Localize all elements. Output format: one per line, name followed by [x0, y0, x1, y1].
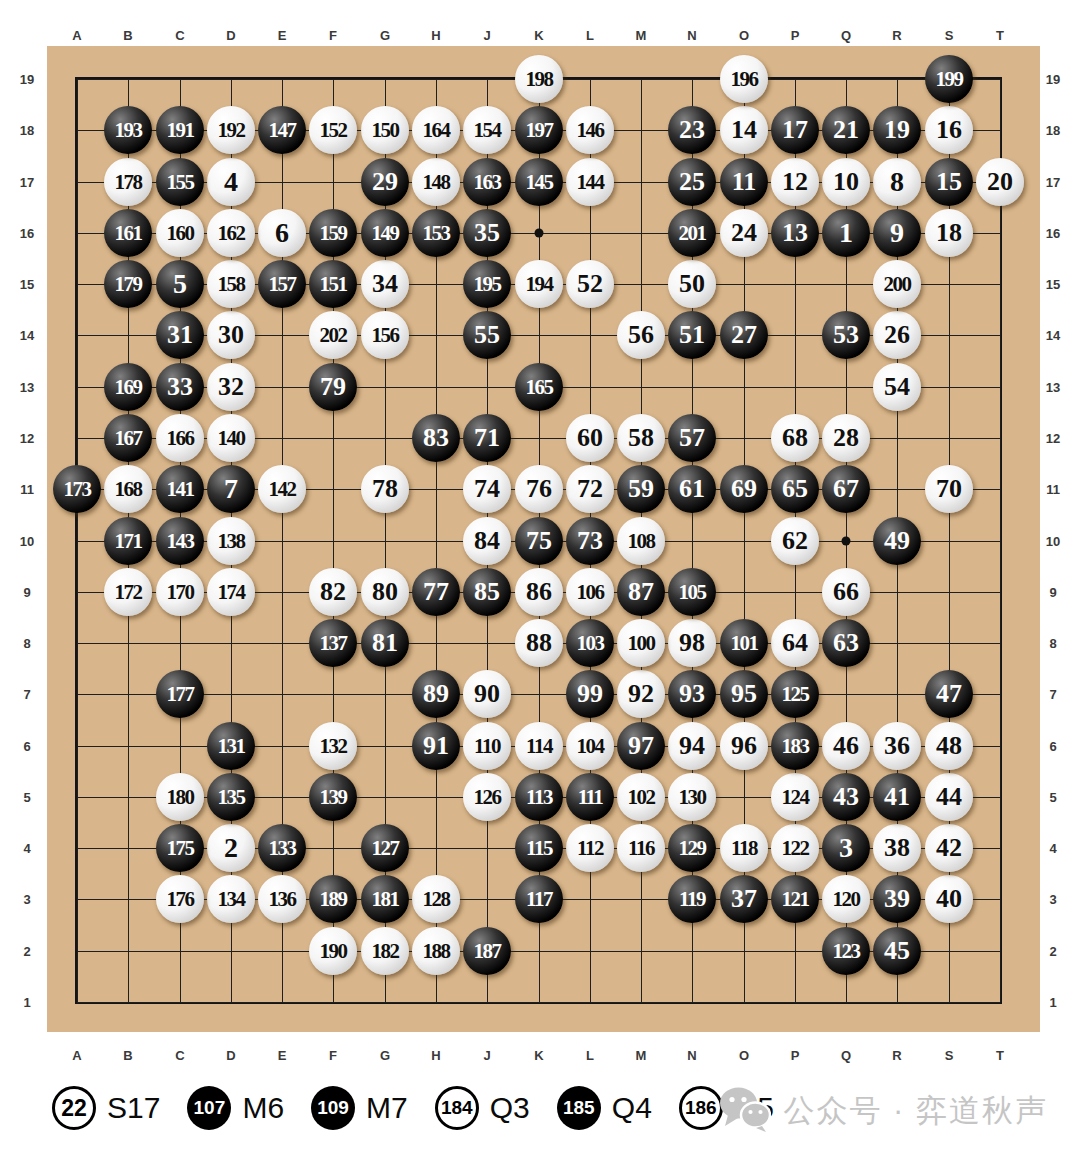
stone-black-55: 55: [463, 311, 511, 359]
stone-number: 105: [679, 580, 706, 605]
stone-white-82: 82: [309, 568, 357, 616]
stone-white-72: 72: [566, 465, 614, 513]
stone-black-133: 133: [258, 824, 306, 872]
stone-number: 136: [269, 887, 296, 912]
coordinate-label-row: 8: [1049, 636, 1056, 651]
stone-number: 36: [884, 731, 910, 761]
coordinate-label-column: B: [123, 28, 132, 43]
stone-black-41: 41: [873, 773, 921, 821]
stone-number: 165: [526, 375, 553, 400]
coordinate-label-column: N: [687, 28, 696, 43]
stone-white-202: 202: [309, 311, 357, 359]
coordinate-label-row: 16: [20, 226, 34, 241]
stone-number: 114: [526, 734, 552, 759]
stone-white-196: 196: [720, 55, 768, 103]
stone-white-198: 198: [515, 55, 563, 103]
stone-black-161: 161: [104, 209, 152, 257]
stone-number: 155: [167, 170, 194, 195]
stone-number: 195: [474, 272, 501, 297]
stone-black-135: 135: [207, 773, 255, 821]
stone-number: 104: [577, 734, 604, 759]
stone-white-166: 166: [156, 414, 204, 462]
stone-white-76: 76: [515, 465, 563, 513]
stone-number: 74: [474, 474, 500, 504]
stone-number: 123: [833, 939, 860, 964]
stone-number: 82: [320, 577, 346, 607]
grid-line-horizontal: [77, 1002, 1000, 1003]
coordinate-label-row: 11: [20, 482, 34, 497]
stone-number: 18: [936, 218, 962, 248]
stone-white-176: 176: [156, 875, 204, 923]
coordinate-label-row: 17: [20, 175, 34, 190]
stone-black-85: 85: [463, 568, 511, 616]
stone-number: 175: [167, 836, 194, 861]
coordinate-label-column: J: [483, 1048, 490, 1063]
stone-number: 196: [731, 67, 758, 92]
stone-black-157: 157: [258, 260, 306, 308]
wechat-icon: [719, 1086, 771, 1136]
stone-number: 115: [526, 836, 552, 861]
coordinate-label-column: M: [636, 28, 647, 43]
stone-black-71: 71: [463, 414, 511, 462]
stone-white-190: 190: [309, 927, 357, 975]
stone-white-14: 14: [720, 106, 768, 154]
stone-number: 199: [936, 67, 963, 92]
stone-black-117: 117: [515, 875, 563, 923]
stone-white-188: 188: [412, 927, 460, 975]
coordinate-label-row: 3: [23, 892, 30, 907]
stone-number: 194: [526, 272, 553, 297]
stone-number: 171: [115, 529, 142, 554]
stone-number: 98: [679, 628, 705, 658]
stone-white-138: 138: [207, 517, 255, 565]
stone-number: 167: [115, 426, 142, 451]
stone-number: 191: [167, 118, 194, 143]
stone-white-52: 52: [566, 260, 614, 308]
stone-number: 56: [628, 320, 654, 350]
stone-white-78: 78: [361, 465, 409, 513]
stone-black-113: 113: [515, 773, 563, 821]
stone-number: 162: [218, 221, 245, 246]
stone-white-46: 46: [822, 722, 870, 770]
stone-black-87: 87: [617, 568, 665, 616]
stone-black-79: 79: [309, 363, 357, 411]
star-point: [842, 537, 851, 546]
stone-white-64: 64: [771, 619, 819, 667]
coordinate-label-row: 10: [20, 534, 34, 549]
stone-number: 118: [731, 836, 757, 861]
stone-white-180: 180: [156, 773, 204, 821]
stone-black-63: 63: [822, 619, 870, 667]
stone-number: 121: [782, 887, 809, 912]
stone-number: 110: [474, 734, 500, 759]
stone-white-128: 128: [412, 875, 460, 923]
caption-point-label: M6: [242, 1091, 284, 1125]
stone-number: 34: [372, 269, 398, 299]
caption-point-label: M7: [366, 1091, 408, 1125]
stone-white-62: 62: [771, 517, 819, 565]
stone-black-143: 143: [156, 517, 204, 565]
grid-line-vertical: [1000, 79, 1001, 1002]
stone-number: 150: [372, 118, 399, 143]
stone-white-20: 20: [976, 158, 1024, 206]
stone-number: 166: [167, 426, 194, 451]
stone-white-116: 116: [617, 824, 665, 872]
stone-number: 88: [526, 628, 552, 658]
stone-black-53: 53: [822, 311, 870, 359]
stone-black-189: 189: [309, 875, 357, 923]
coordinate-label-row: 2: [1049, 944, 1056, 959]
stone-number: 201: [679, 221, 706, 246]
coordinate-label-row: 6: [1049, 739, 1056, 754]
stone-number: 63: [833, 628, 859, 658]
caption-stone-white-22: 22: [52, 1086, 96, 1130]
stone-black-141: 141: [156, 465, 204, 513]
coordinate-label-column: N: [687, 1048, 696, 1063]
stone-white-6: 6: [258, 209, 306, 257]
stone-number: 137: [320, 631, 347, 656]
coordinate-label-column: D: [226, 28, 235, 43]
stone-black-173: 173: [53, 465, 101, 513]
stone-white-94: 94: [668, 722, 716, 770]
stone-number: 146: [577, 118, 604, 143]
stone-number: 26: [884, 320, 910, 350]
stone-number: 28: [833, 423, 859, 453]
coordinate-label-column: L: [586, 28, 594, 43]
stone-black-61: 61: [668, 465, 716, 513]
coordinate-label-column: G: [380, 1048, 390, 1063]
stone-number: 101: [731, 631, 758, 656]
coordinate-label-row: 9: [23, 585, 30, 600]
coordinate-label-row: 19: [1046, 72, 1060, 87]
stone-black-13: 13: [771, 209, 819, 257]
stone-number: 3: [839, 832, 853, 864]
stone-white-194: 194: [515, 260, 563, 308]
coordinate-label-row: 19: [20, 72, 34, 87]
stone-number: 11: [732, 167, 757, 197]
stone-number: 117: [526, 887, 552, 912]
caption-item: 22S17: [52, 1086, 160, 1130]
coordinate-label-column: H: [431, 1048, 440, 1063]
stone-white-74: 74: [463, 465, 511, 513]
stone-number: 190: [320, 939, 347, 964]
stone-number: 85: [474, 577, 500, 607]
stone-number: 156: [372, 323, 399, 348]
caption-stone-black-107: 107: [187, 1086, 231, 1130]
stone-white-174: 174: [207, 568, 255, 616]
stone-black-105: 105: [668, 568, 716, 616]
stone-number: 93: [679, 679, 705, 709]
stone-number: 72: [577, 474, 603, 504]
stone-number: 135: [218, 785, 245, 810]
stone-white-102: 102: [617, 773, 665, 821]
stone-number: 160: [167, 221, 194, 246]
stone-white-56: 56: [617, 311, 665, 359]
coordinate-label-column: T: [996, 28, 1004, 43]
stone-number: 67: [833, 474, 859, 504]
caption-stone-white-184: 184: [435, 1086, 479, 1130]
coordinate-label-row: 13: [1046, 380, 1060, 395]
caption-point-label: Q3: [490, 1091, 530, 1125]
stone-white-70: 70: [925, 465, 973, 513]
stone-number: 1: [839, 217, 853, 249]
stone-number: 35: [474, 218, 500, 248]
stone-black-175: 175: [156, 824, 204, 872]
stone-white-132: 132: [309, 722, 357, 770]
stone-white-92: 92: [617, 670, 665, 718]
stone-number: 102: [628, 785, 655, 810]
stone-black-81: 81: [361, 619, 409, 667]
coordinate-label-column: P: [791, 1048, 800, 1063]
stone-number: 163: [474, 170, 501, 195]
stone-white-150: 150: [361, 106, 409, 154]
stone-number: 9: [890, 217, 904, 249]
stone-number: 46: [833, 731, 859, 761]
stone-white-112: 112: [566, 824, 614, 872]
coordinate-label-column: S: [945, 1048, 954, 1063]
coordinate-label-row: 12: [20, 431, 34, 446]
stone-number: 37: [731, 884, 757, 914]
stone-number: 181: [372, 887, 399, 912]
coordinate-label-column: Q: [841, 28, 851, 43]
stone-number: 192: [218, 118, 245, 143]
coordinate-label-row: 18: [20, 123, 34, 138]
stone-white-34: 34: [361, 260, 409, 308]
stone-number: 39: [884, 884, 910, 914]
stone-number: 13: [782, 218, 808, 248]
coordinate-label-column: T: [996, 1048, 1004, 1063]
star-point: [535, 229, 544, 238]
stone-black-145: 145: [515, 158, 563, 206]
stone-black-139: 139: [309, 773, 357, 821]
stone-number: 126: [474, 785, 501, 810]
stone-black-17: 17: [771, 106, 819, 154]
coordinate-label-row: 7: [1049, 687, 1056, 702]
stone-number: 51: [679, 320, 705, 350]
stone-white-90: 90: [463, 670, 511, 718]
stone-white-162: 162: [207, 209, 255, 257]
coordinate-label-column: K: [534, 1048, 543, 1063]
stone-black-97: 97: [617, 722, 665, 770]
stone-black-183: 183: [771, 722, 819, 770]
stone-number: 31: [167, 320, 193, 350]
stone-number: 68: [782, 423, 808, 453]
stone-number: 57: [679, 423, 705, 453]
stone-number: 157: [269, 272, 296, 297]
coordinate-label-row: 16: [1046, 226, 1060, 241]
stone-white-126: 126: [463, 773, 511, 821]
coordinate-label-row: 1: [1049, 995, 1056, 1010]
stone-black-165: 165: [515, 363, 563, 411]
stone-black-7: 7: [207, 465, 255, 513]
stone-number: 148: [423, 170, 450, 195]
stone-white-140: 140: [207, 414, 255, 462]
stone-black-33: 33: [156, 363, 204, 411]
stone-number: 200: [884, 272, 911, 297]
stone-white-36: 36: [873, 722, 921, 770]
stone-number: 64: [782, 628, 808, 658]
go-kifu-screenshot: AABBCCDDEEFFGGHHJJKKLLMMNNOOPPQQRRSSTT19…: [0, 0, 1080, 1156]
stone-black-95: 95: [720, 670, 768, 718]
stone-number: 23: [679, 115, 705, 145]
stone-number: 142: [269, 477, 296, 502]
stone-black-39: 39: [873, 875, 921, 923]
caption-point-label: Q4: [612, 1091, 652, 1125]
stone-number: 80: [372, 577, 398, 607]
stone-number: 139: [320, 785, 347, 810]
stone-white-96: 96: [720, 722, 768, 770]
stone-white-110: 110: [463, 722, 511, 770]
coordinate-label-column: A: [72, 1048, 81, 1063]
stone-number: 99: [577, 679, 603, 709]
stone-black-201: 201: [668, 209, 716, 257]
caption-item: 185Q4: [557, 1086, 652, 1130]
stone-number: 53: [833, 320, 859, 350]
stone-white-60: 60: [566, 414, 614, 462]
stone-number: 87: [628, 577, 654, 607]
stone-white-44: 44: [925, 773, 973, 821]
stone-number: 111: [578, 785, 603, 810]
coordinate-label-row: 3: [1049, 892, 1056, 907]
coordinate-label-column: Q: [841, 1048, 851, 1063]
stone-black-29: 29: [361, 158, 409, 206]
coordinate-label-row: 13: [20, 380, 34, 395]
stone-black-27: 27: [720, 311, 768, 359]
coordinate-label-row: 10: [1046, 534, 1060, 549]
stone-number: 73: [577, 526, 603, 556]
stone-white-170: 170: [156, 568, 204, 616]
stone-black-83: 83: [412, 414, 460, 462]
stone-black-169: 169: [104, 363, 152, 411]
stone-number: 100: [628, 631, 655, 656]
stone-white-84: 84: [463, 517, 511, 565]
coordinate-label-row: 15: [20, 277, 34, 292]
stone-black-123: 123: [822, 927, 870, 975]
stone-number: 40: [936, 884, 962, 914]
stone-number: 27: [731, 320, 757, 350]
watermark: 公众号 · 弈道秋声: [719, 1086, 1048, 1136]
stone-black-177: 177: [156, 670, 204, 718]
stone-number: 81: [372, 628, 398, 658]
stone-number: 43: [833, 782, 859, 812]
coordinate-label-column: B: [123, 1048, 132, 1063]
stone-number: 174: [218, 580, 245, 605]
stone-number: 164: [423, 118, 450, 143]
coordinate-label-row: 7: [23, 687, 30, 702]
stone-black-163: 163: [463, 158, 511, 206]
stone-number: 60: [577, 423, 603, 453]
stone-white-28: 28: [822, 414, 870, 462]
stone-number: 141: [167, 477, 194, 502]
stone-number: 182: [372, 939, 399, 964]
stone-number: 70: [936, 474, 962, 504]
stone-number: 113: [526, 785, 552, 810]
stone-white-156: 156: [361, 311, 409, 359]
watermark-text: 公众号 · 弈道秋声: [783, 1090, 1048, 1132]
stone-black-153: 153: [412, 209, 460, 257]
stone-white-122: 122: [771, 824, 819, 872]
stone-number: 5: [173, 268, 187, 300]
stone-white-8: 8: [873, 158, 921, 206]
stone-number: 125: [782, 682, 809, 707]
stone-number: 8: [890, 166, 904, 198]
stone-number: 77: [423, 577, 449, 607]
stone-number: 4: [224, 166, 238, 198]
stone-black-5: 5: [156, 260, 204, 308]
stone-number: 91: [423, 731, 449, 761]
coordinate-label-row: 8: [23, 636, 30, 651]
stone-number: 20: [987, 167, 1013, 197]
stone-white-158: 158: [207, 260, 255, 308]
stone-number: 45: [884, 936, 910, 966]
stone-number: 97: [628, 731, 654, 761]
stone-number: 78: [372, 474, 398, 504]
caption-item: 107M6: [187, 1086, 284, 1130]
stone-number: 176: [167, 887, 194, 912]
stone-black-45: 45: [873, 927, 921, 975]
stone-black-167: 167: [104, 414, 152, 462]
stone-black-35: 35: [463, 209, 511, 257]
coordinate-label-column: K: [534, 28, 543, 43]
coordinate-label-row: 4: [23, 841, 30, 856]
coordinate-label-column: H: [431, 28, 440, 43]
stone-number: 96: [731, 731, 757, 761]
stone-black-101: 101: [720, 619, 768, 667]
stone-black-149: 149: [361, 209, 409, 257]
stone-black-19: 19: [873, 106, 921, 154]
coordinate-label-row: 18: [1046, 123, 1060, 138]
stone-black-119: 119: [668, 875, 716, 923]
caption-stone-black-109: 109: [311, 1086, 355, 1130]
stone-number: 202: [320, 323, 347, 348]
stone-number: 7: [224, 473, 238, 505]
stone-black-9: 9: [873, 209, 921, 257]
coordinate-label-column: A: [72, 28, 81, 43]
stone-black-37: 37: [720, 875, 768, 923]
stone-number: 49: [884, 526, 910, 556]
stone-black-49: 49: [873, 517, 921, 565]
coordinate-label-column: F: [329, 1048, 337, 1063]
stone-white-192: 192: [207, 106, 255, 154]
stone-number: 54: [884, 372, 910, 402]
stone-black-43: 43: [822, 773, 870, 821]
stone-number: 128: [423, 887, 450, 912]
stone-number: 12: [782, 167, 808, 197]
caption-stone-black-185: 185: [557, 1086, 601, 1130]
stone-black-125: 125: [771, 670, 819, 718]
stone-number: 42: [936, 833, 962, 863]
stone-white-98: 98: [668, 619, 716, 667]
stone-number: 122: [782, 836, 809, 861]
caption-item: 109M7: [311, 1086, 408, 1130]
stone-white-40: 40: [925, 875, 973, 923]
stone-number: 41: [884, 782, 910, 812]
stone-white-120: 120: [822, 875, 870, 923]
stone-number: 188: [423, 939, 450, 964]
stone-number: 172: [115, 580, 142, 605]
stone-number: 52: [577, 269, 603, 299]
stone-number: 21: [833, 115, 859, 145]
coordinate-label-column: G: [380, 28, 390, 43]
stone-black-171: 171: [104, 517, 152, 565]
stone-white-38: 38: [873, 824, 921, 872]
coordinate-label-row: 15: [1046, 277, 1060, 292]
stone-white-182: 182: [361, 927, 409, 975]
stone-white-130: 130: [668, 773, 716, 821]
stone-black-187: 187: [463, 927, 511, 975]
stone-number: 119: [679, 887, 705, 912]
stone-number: 48: [936, 731, 962, 761]
